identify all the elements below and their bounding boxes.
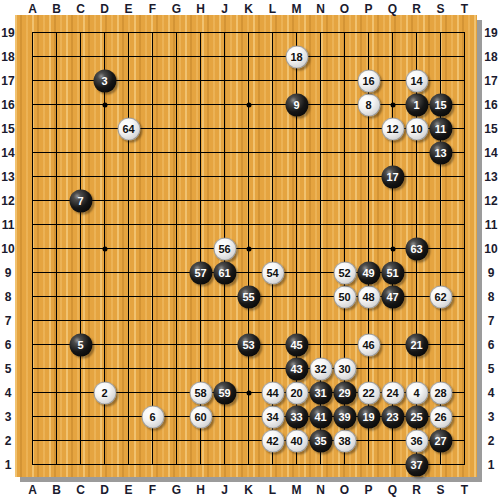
move-number: 3 bbox=[101, 75, 107, 86]
grid-line-horizontal bbox=[32, 440, 465, 441]
stone-white-move-18-M18: 18 bbox=[285, 45, 308, 68]
stone-white-move-52-O9: 52 bbox=[333, 261, 356, 284]
move-number: 10 bbox=[410, 123, 422, 134]
move-number: 14 bbox=[410, 75, 422, 86]
coord-label-bottom-A: A bbox=[28, 484, 37, 496]
move-number: 31 bbox=[314, 387, 326, 398]
coord-label-left-1: 1 bbox=[5, 459, 12, 471]
move-number: 22 bbox=[362, 387, 374, 398]
stone-white-move-14-R17: 14 bbox=[405, 69, 428, 92]
stone-white-move-2-D4: 2 bbox=[93, 381, 116, 404]
move-number: 30 bbox=[338, 363, 350, 374]
stone-black-move-15-S16: 15 bbox=[429, 93, 452, 116]
coord-label-bottom-Q: Q bbox=[388, 484, 397, 496]
move-number: 17 bbox=[386, 171, 398, 182]
move-number: 47 bbox=[386, 291, 398, 302]
stone-white-move-16-P17: 16 bbox=[357, 69, 380, 92]
move-number: 49 bbox=[362, 267, 374, 278]
stone-white-move-32-N5: 32 bbox=[309, 357, 332, 380]
move-number: 33 bbox=[290, 411, 302, 422]
coord-label-right-19: 19 bbox=[484, 27, 497, 39]
move-number: 21 bbox=[410, 339, 422, 350]
stone-black-move-63-R10: 63 bbox=[405, 237, 428, 260]
coord-label-top-T: T bbox=[461, 3, 468, 15]
move-number: 9 bbox=[293, 99, 299, 110]
stone-black-move-23-Q3: 23 bbox=[381, 405, 404, 428]
coord-label-top-A: A bbox=[28, 3, 37, 15]
move-number: 6 bbox=[149, 411, 155, 422]
coord-label-top-L: L bbox=[269, 3, 276, 15]
stone-black-move-11-S15: 11 bbox=[429, 117, 452, 140]
coord-label-left-4: 4 bbox=[5, 387, 12, 399]
coord-label-bottom-D: D bbox=[100, 484, 109, 496]
stone-white-move-42-L2: 42 bbox=[261, 429, 284, 452]
coord-label-top-K: K bbox=[244, 3, 253, 15]
coord-label-right-6: 6 bbox=[488, 339, 495, 351]
stone-black-move-53-K6: 53 bbox=[237, 333, 260, 356]
coord-label-bottom-E: E bbox=[124, 484, 132, 496]
move-number: 24 bbox=[386, 387, 398, 398]
move-number: 16 bbox=[362, 75, 374, 86]
coord-label-right-13: 13 bbox=[484, 171, 497, 183]
move-number: 8 bbox=[365, 99, 371, 110]
move-number: 53 bbox=[242, 339, 254, 350]
coord-label-bottom-H: H bbox=[196, 484, 205, 496]
stone-white-move-36-R2: 36 bbox=[405, 429, 428, 452]
coord-label-top-D: D bbox=[100, 3, 109, 15]
stone-black-move-9-M16: 9 bbox=[285, 93, 308, 116]
coord-label-left-10: 10 bbox=[1, 243, 14, 255]
grid-line-horizontal bbox=[32, 320, 465, 321]
coord-label-top-N: N bbox=[316, 3, 325, 15]
grid-line-horizontal bbox=[32, 368, 465, 369]
coord-label-bottom-M: M bbox=[292, 484, 302, 496]
stone-black-move-47-Q8: 47 bbox=[381, 285, 404, 308]
stone-black-move-61-J9: 61 bbox=[213, 261, 236, 284]
coord-label-right-7: 7 bbox=[488, 315, 495, 327]
coord-label-bottom-P: P bbox=[364, 484, 372, 496]
stone-black-move-43-M5: 43 bbox=[285, 357, 308, 380]
coord-label-top-B: B bbox=[52, 3, 61, 15]
coord-label-left-18: 18 bbox=[1, 51, 14, 63]
move-number: 28 bbox=[434, 387, 446, 398]
coord-label-top-M: M bbox=[292, 3, 302, 15]
coord-label-right-1: 1 bbox=[488, 459, 495, 471]
move-number: 40 bbox=[290, 435, 302, 446]
stone-black-move-27-S2: 27 bbox=[429, 429, 452, 452]
coord-label-left-9: 9 bbox=[5, 267, 12, 279]
move-number: 59 bbox=[218, 387, 230, 398]
coord-label-bottom-G: G bbox=[172, 484, 181, 496]
move-number: 56 bbox=[218, 243, 230, 254]
coord-label-bottom-J: J bbox=[221, 484, 228, 496]
coord-label-bottom-B: B bbox=[52, 484, 61, 496]
stone-black-move-5-C6: 5 bbox=[69, 333, 92, 356]
move-number: 37 bbox=[410, 459, 422, 470]
coord-label-left-2: 2 bbox=[5, 435, 12, 447]
move-number: 50 bbox=[338, 291, 350, 302]
stone-black-move-51-Q9: 51 bbox=[381, 261, 404, 284]
move-number: 5 bbox=[77, 339, 83, 350]
move-number: 13 bbox=[434, 147, 446, 158]
stone-white-move-56-J10: 56 bbox=[213, 237, 236, 260]
stone-white-move-64-E15: 64 bbox=[117, 117, 140, 140]
move-number: 35 bbox=[314, 435, 326, 446]
move-number: 58 bbox=[194, 387, 206, 398]
coord-label-left-19: 19 bbox=[1, 27, 14, 39]
coord-label-right-17: 17 bbox=[484, 75, 497, 87]
coord-label-right-8: 8 bbox=[488, 291, 495, 303]
stone-white-move-6-F3: 6 bbox=[141, 405, 164, 428]
coord-label-right-5: 5 bbox=[488, 363, 495, 375]
stone-black-move-3-D17: 3 bbox=[93, 69, 116, 92]
stone-black-move-31-N4: 31 bbox=[309, 381, 332, 404]
move-number: 60 bbox=[194, 411, 206, 422]
coord-label-left-7: 7 bbox=[5, 315, 12, 327]
coord-label-left-17: 17 bbox=[1, 75, 14, 87]
stone-white-move-54-L9: 54 bbox=[261, 261, 284, 284]
coord-label-bottom-N: N bbox=[316, 484, 325, 496]
move-number: 55 bbox=[242, 291, 254, 302]
move-number: 12 bbox=[386, 123, 398, 134]
stone-black-move-35-N2: 35 bbox=[309, 429, 332, 452]
stone-black-move-39-O3: 39 bbox=[333, 405, 356, 428]
coord-label-bottom-F: F bbox=[149, 484, 156, 496]
stone-white-move-24-Q4: 24 bbox=[381, 381, 404, 404]
coord-label-right-12: 12 bbox=[484, 195, 497, 207]
move-number: 4 bbox=[413, 387, 419, 398]
move-number: 18 bbox=[290, 51, 302, 62]
stone-black-move-57-H9: 57 bbox=[189, 261, 212, 284]
move-number: 26 bbox=[434, 411, 446, 422]
stone-white-move-40-M2: 40 bbox=[285, 429, 308, 452]
stone-white-move-28-S4: 28 bbox=[429, 381, 452, 404]
stone-black-move-49-P9: 49 bbox=[357, 261, 380, 284]
move-number: 25 bbox=[410, 411, 422, 422]
coord-label-left-12: 12 bbox=[1, 195, 14, 207]
stone-white-move-58-H4: 58 bbox=[189, 381, 212, 404]
stone-white-move-10-R15: 10 bbox=[405, 117, 428, 140]
coord-label-top-Q: Q bbox=[388, 3, 397, 15]
coord-label-left-16: 16 bbox=[1, 99, 14, 111]
stone-black-move-45-M6: 45 bbox=[285, 333, 308, 356]
move-number: 61 bbox=[218, 267, 230, 278]
move-number: 19 bbox=[362, 411, 374, 422]
move-number: 62 bbox=[434, 291, 446, 302]
move-number: 23 bbox=[386, 411, 398, 422]
stone-black-move-25-R3: 25 bbox=[405, 405, 428, 428]
coord-label-right-3: 3 bbox=[488, 411, 495, 423]
move-number: 51 bbox=[386, 267, 398, 278]
move-number: 63 bbox=[410, 243, 422, 254]
star-point-Q10 bbox=[390, 246, 395, 251]
coord-label-top-S: S bbox=[436, 3, 444, 15]
stone-white-move-20-M4: 20 bbox=[285, 381, 308, 404]
stone-white-move-44-L4: 44 bbox=[261, 381, 284, 404]
stone-white-move-46-P6: 46 bbox=[357, 333, 380, 356]
move-number: 48 bbox=[362, 291, 374, 302]
coord-label-top-O: O bbox=[340, 3, 349, 15]
move-number: 36 bbox=[410, 435, 422, 446]
move-number: 41 bbox=[314, 411, 326, 422]
coord-label-left-8: 8 bbox=[5, 291, 12, 303]
coord-label-left-13: 13 bbox=[1, 171, 14, 183]
stone-black-move-13-S14: 13 bbox=[429, 141, 452, 164]
move-number: 11 bbox=[435, 123, 447, 134]
coord-label-top-E: E bbox=[124, 3, 132, 15]
coord-label-left-15: 15 bbox=[1, 123, 14, 135]
coord-label-top-G: G bbox=[172, 3, 181, 15]
move-number: 46 bbox=[362, 339, 374, 350]
star-point-K16 bbox=[246, 102, 251, 107]
move-number: 39 bbox=[338, 411, 350, 422]
coord-label-bottom-S: S bbox=[436, 484, 444, 496]
coord-label-top-F: F bbox=[149, 3, 156, 15]
stone-black-move-55-K8: 55 bbox=[237, 285, 260, 308]
move-number: 64 bbox=[122, 123, 134, 134]
stone-black-move-29-O4: 29 bbox=[333, 381, 356, 404]
coord-label-top-C: C bbox=[76, 3, 85, 15]
move-number: 45 bbox=[290, 339, 302, 350]
stone-white-move-50-O8: 50 bbox=[333, 285, 356, 308]
coord-label-left-14: 14 bbox=[1, 147, 14, 159]
stone-black-move-33-M3: 33 bbox=[285, 405, 308, 428]
move-number: 54 bbox=[266, 267, 278, 278]
coord-label-right-2: 2 bbox=[488, 435, 495, 447]
coord-label-bottom-K: K bbox=[244, 484, 253, 496]
coord-label-top-R: R bbox=[412, 3, 421, 15]
coord-label-right-10: 10 bbox=[484, 243, 497, 255]
stone-black-move-19-P3: 19 bbox=[357, 405, 380, 428]
stone-white-move-26-S3: 26 bbox=[429, 405, 452, 428]
coord-label-top-J: J bbox=[221, 3, 228, 15]
stone-white-move-22-P4: 22 bbox=[357, 381, 380, 404]
star-point-K4 bbox=[246, 390, 251, 395]
move-number: 27 bbox=[434, 435, 446, 446]
grid-line-vertical bbox=[464, 32, 465, 465]
move-number: 57 bbox=[194, 267, 206, 278]
stone-black-move-7-C12: 7 bbox=[69, 189, 92, 212]
stone-black-move-37-R1: 37 bbox=[405, 453, 428, 476]
coord-label-top-P: P bbox=[364, 3, 372, 15]
go-kifu-viewer: AABBCCDDEEFFGGHHJJKKLLMMNNOOPPQQRRSSTT19… bbox=[0, 0, 500, 500]
coord-label-left-11: 11 bbox=[2, 219, 15, 231]
stone-white-move-38-O2: 38 bbox=[333, 429, 356, 452]
move-number: 34 bbox=[266, 411, 278, 422]
coord-label-right-9: 9 bbox=[488, 267, 495, 279]
stone-white-move-48-P8: 48 bbox=[357, 285, 380, 308]
coord-label-bottom-L: L bbox=[269, 484, 276, 496]
coord-label-top-H: H bbox=[196, 3, 205, 15]
move-number: 52 bbox=[338, 267, 350, 278]
coord-label-right-4: 4 bbox=[488, 387, 495, 399]
star-point-Q16 bbox=[390, 102, 395, 107]
coord-label-bottom-O: O bbox=[340, 484, 349, 496]
coord-label-left-3: 3 bbox=[5, 411, 12, 423]
star-point-D10 bbox=[102, 246, 107, 251]
move-number: 42 bbox=[266, 435, 278, 446]
coord-label-bottom-R: R bbox=[412, 484, 421, 496]
stone-white-move-62-S8: 62 bbox=[429, 285, 452, 308]
grid-line-horizontal bbox=[32, 464, 465, 465]
move-number: 7 bbox=[77, 195, 83, 206]
move-number: 32 bbox=[314, 363, 326, 374]
star-point-K10 bbox=[246, 246, 251, 251]
stone-black-move-41-N3: 41 bbox=[309, 405, 332, 428]
move-number: 44 bbox=[266, 387, 278, 398]
move-number: 29 bbox=[338, 387, 350, 398]
coord-label-right-14: 14 bbox=[484, 147, 497, 159]
stone-black-move-17-Q13: 17 bbox=[381, 165, 404, 188]
move-number: 20 bbox=[290, 387, 302, 398]
stone-white-move-12-Q15: 12 bbox=[381, 117, 404, 140]
coord-label-left-6: 6 bbox=[5, 339, 12, 351]
move-number: 2 bbox=[101, 387, 107, 398]
coord-label-left-5: 5 bbox=[5, 363, 12, 375]
stone-black-move-21-R6: 21 bbox=[405, 333, 428, 356]
stone-black-move-59-J4: 59 bbox=[213, 381, 236, 404]
stone-white-move-60-H3: 60 bbox=[189, 405, 212, 428]
coord-label-right-11: 11 bbox=[485, 219, 498, 231]
coord-label-bottom-T: T bbox=[461, 484, 468, 496]
stone-black-move-1-R16: 1 bbox=[405, 93, 428, 116]
star-point-D16 bbox=[102, 102, 107, 107]
move-number: 38 bbox=[338, 435, 350, 446]
coord-label-bottom-C: C bbox=[76, 484, 85, 496]
coord-label-right-18: 18 bbox=[484, 51, 497, 63]
stone-white-move-30-O5: 30 bbox=[333, 357, 356, 380]
move-number: 15 bbox=[434, 99, 446, 110]
move-number: 43 bbox=[290, 363, 302, 374]
coord-label-right-15: 15 bbox=[484, 123, 497, 135]
stone-white-move-4-R4: 4 bbox=[405, 381, 428, 404]
coord-label-right-16: 16 bbox=[484, 99, 497, 111]
move-number: 1 bbox=[413, 99, 419, 110]
stone-white-move-34-L3: 34 bbox=[261, 405, 284, 428]
stone-white-move-8-P16: 8 bbox=[357, 93, 380, 116]
